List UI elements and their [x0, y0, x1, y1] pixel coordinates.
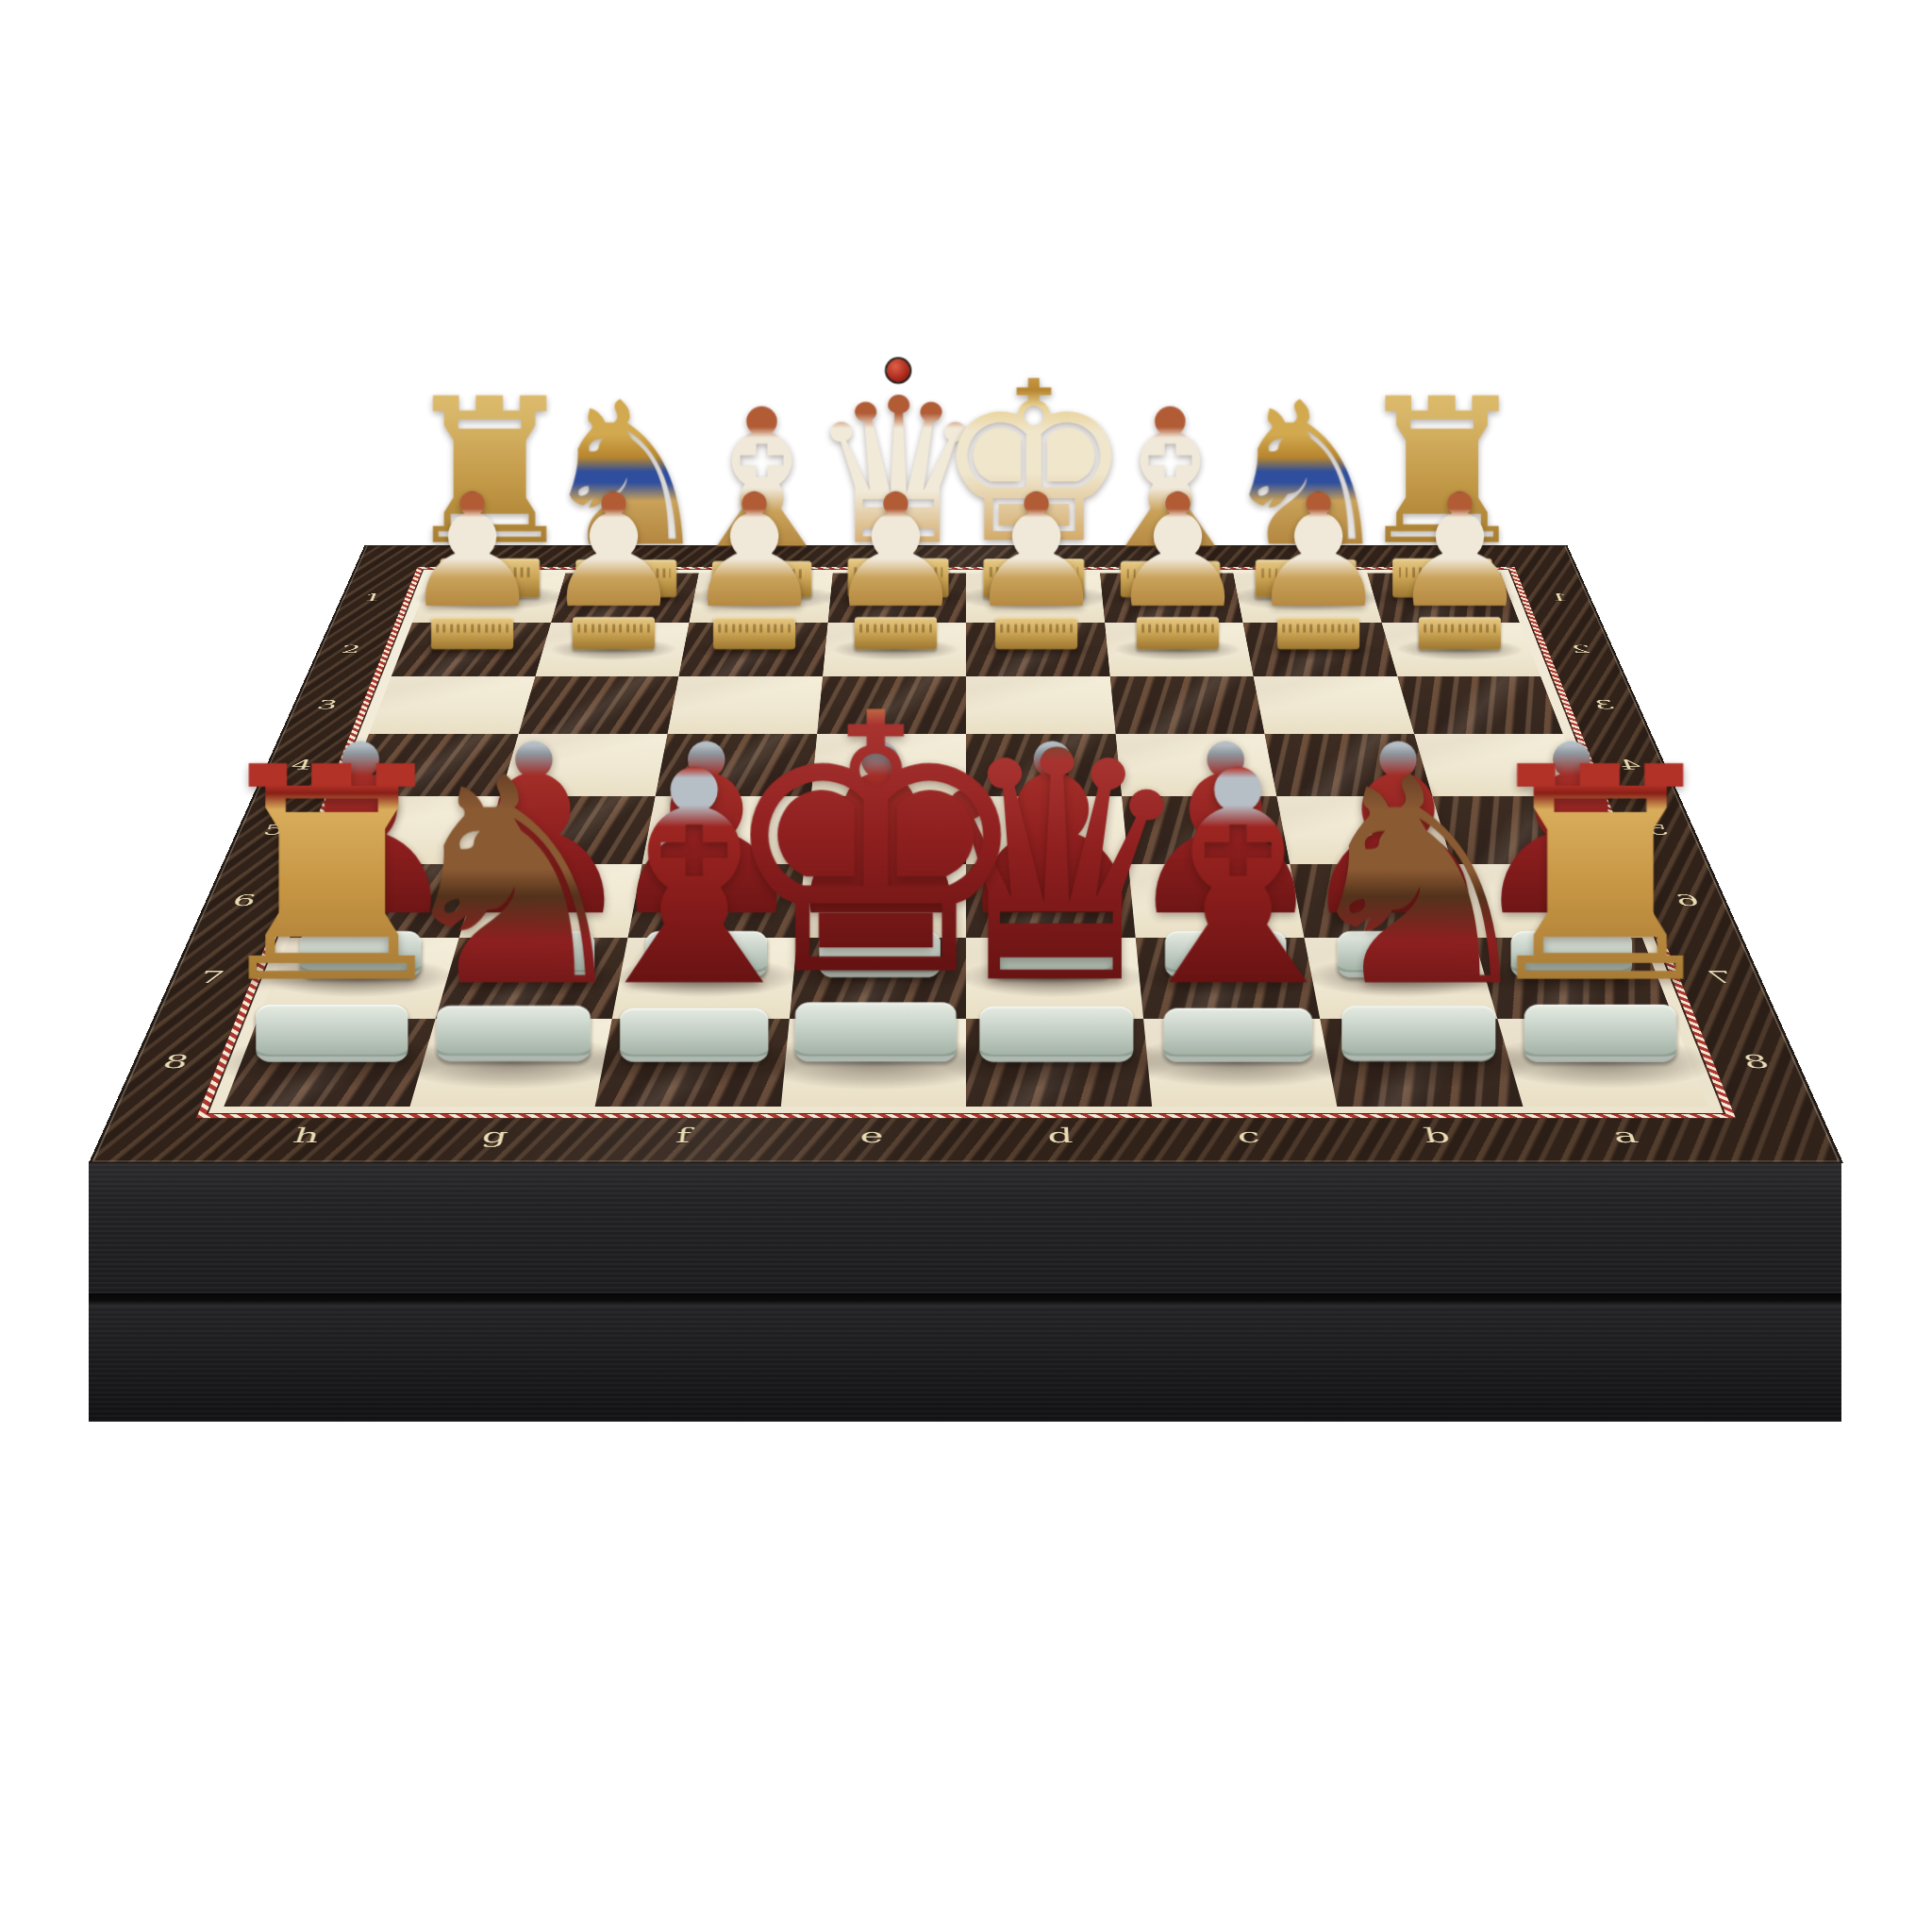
product-photo: hgfedcba1122334455667788 ♜♞♝♛♚♝♞♜♟♟♟♟♟♟♟… [0, 0, 1932, 1932]
sun-disc-crown-icon [885, 357, 911, 383]
piece-shadow [819, 584, 976, 610]
piece-shadow [784, 958, 974, 998]
piece-shadow [1113, 638, 1243, 660]
piece-roman-king[interactable]: ♚ [750, 682, 1000, 1061]
file-label-d: d [1047, 1124, 1074, 1147]
piece-egyptian-pawn[interactable]: ♟ [375, 480, 570, 649]
chess-board: hgfedcba1122334455667788 ♜♞♝♛♚♝♞♜♟♟♟♟♟♟♟… [89, 545, 1843, 1163]
file-label-b: b [1422, 1124, 1453, 1147]
piece-shadow [973, 638, 1101, 660]
piece-shadow [1091, 585, 1249, 611]
file-label-g: g [479, 1124, 510, 1147]
piece-shadow [956, 584, 1113, 610]
piece-shadow [831, 638, 959, 660]
file-label-c: c [1236, 1124, 1261, 1147]
scene-3d: hgfedcba1122334455667788 ♜♞♝♛♚♝♞♜♟♟♟♟♟♟♟… [0, 0, 1932, 1932]
file-label-e: e [859, 1124, 884, 1147]
